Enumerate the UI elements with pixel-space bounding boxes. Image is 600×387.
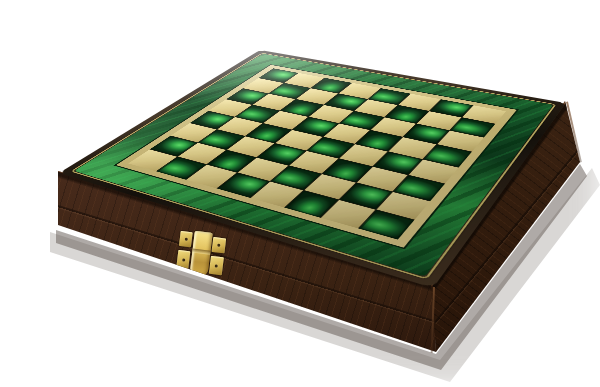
latch-plate-top-right xyxy=(211,237,226,253)
latch-plate-top-left xyxy=(179,231,193,247)
chess-box-photo xyxy=(0,0,600,387)
brass-latch xyxy=(175,229,227,282)
latch-plate-bottom-left xyxy=(176,250,190,269)
latch-plate-bottom-right xyxy=(209,256,224,275)
